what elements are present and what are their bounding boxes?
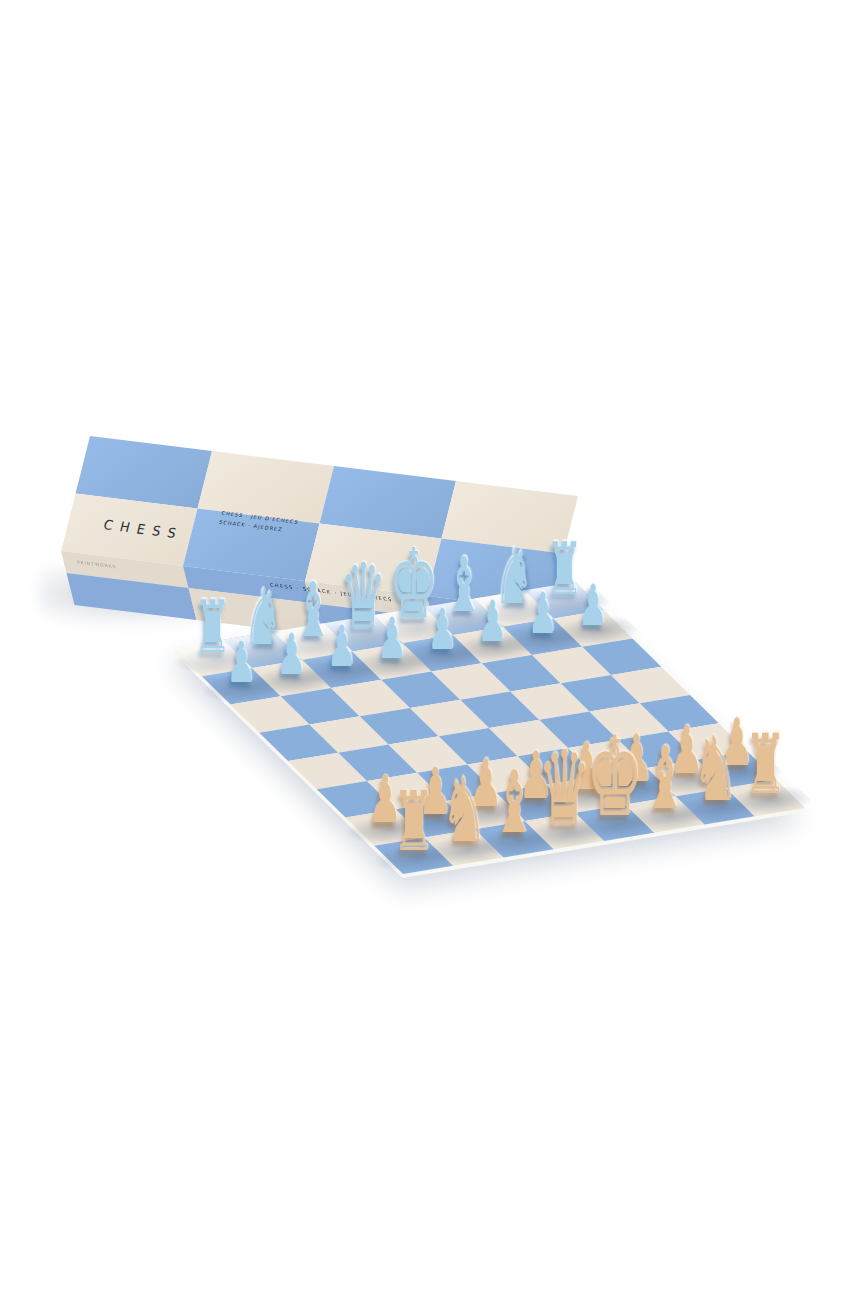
wood-knight-g1[interactable]: ♞ <box>692 724 739 813</box>
wood-bishop-c1[interactable]: ♝ <box>492 760 537 846</box>
blue-pawn-d7[interactable]: ♟ <box>377 609 407 666</box>
wood-king-e1[interactable]: ♚ <box>586 722 643 832</box>
product-photo-scene: CHESS CHESS · JEU D'ECHECS SCHACK · AJED… <box>0 0 855 1290</box>
wood-rook-h1[interactable]: ♜ <box>744 722 787 805</box>
blue-pawn-g7[interactable]: ♟ <box>528 585 558 642</box>
board: ♜♞♝♛♚♝♞♜♟♟♟♟♟♟♟♟♟♟♟♟♟♟♟♟♜♞♝♛♚♝♞♜ <box>173 582 805 874</box>
wood-bishop-f1[interactable]: ♝ <box>643 736 688 822</box>
blue-pawn-c7[interactable]: ♟ <box>327 618 357 675</box>
blue-pawn-e7[interactable]: ♟ <box>427 601 457 658</box>
wood-knight-b1[interactable]: ♞ <box>441 765 488 854</box>
blue-pawn-a7[interactable]: ♟ <box>226 634 256 691</box>
blue-pawn-h7[interactable]: ♟ <box>578 576 608 633</box>
blue-pawn-b7[interactable]: ♟ <box>277 626 307 683</box>
wood-queen-d1[interactable]: ♛ <box>538 736 592 839</box>
wood-rook-a1[interactable]: ♜ <box>392 780 435 863</box>
blue-pawn-f7[interactable]: ♟ <box>478 593 508 650</box>
